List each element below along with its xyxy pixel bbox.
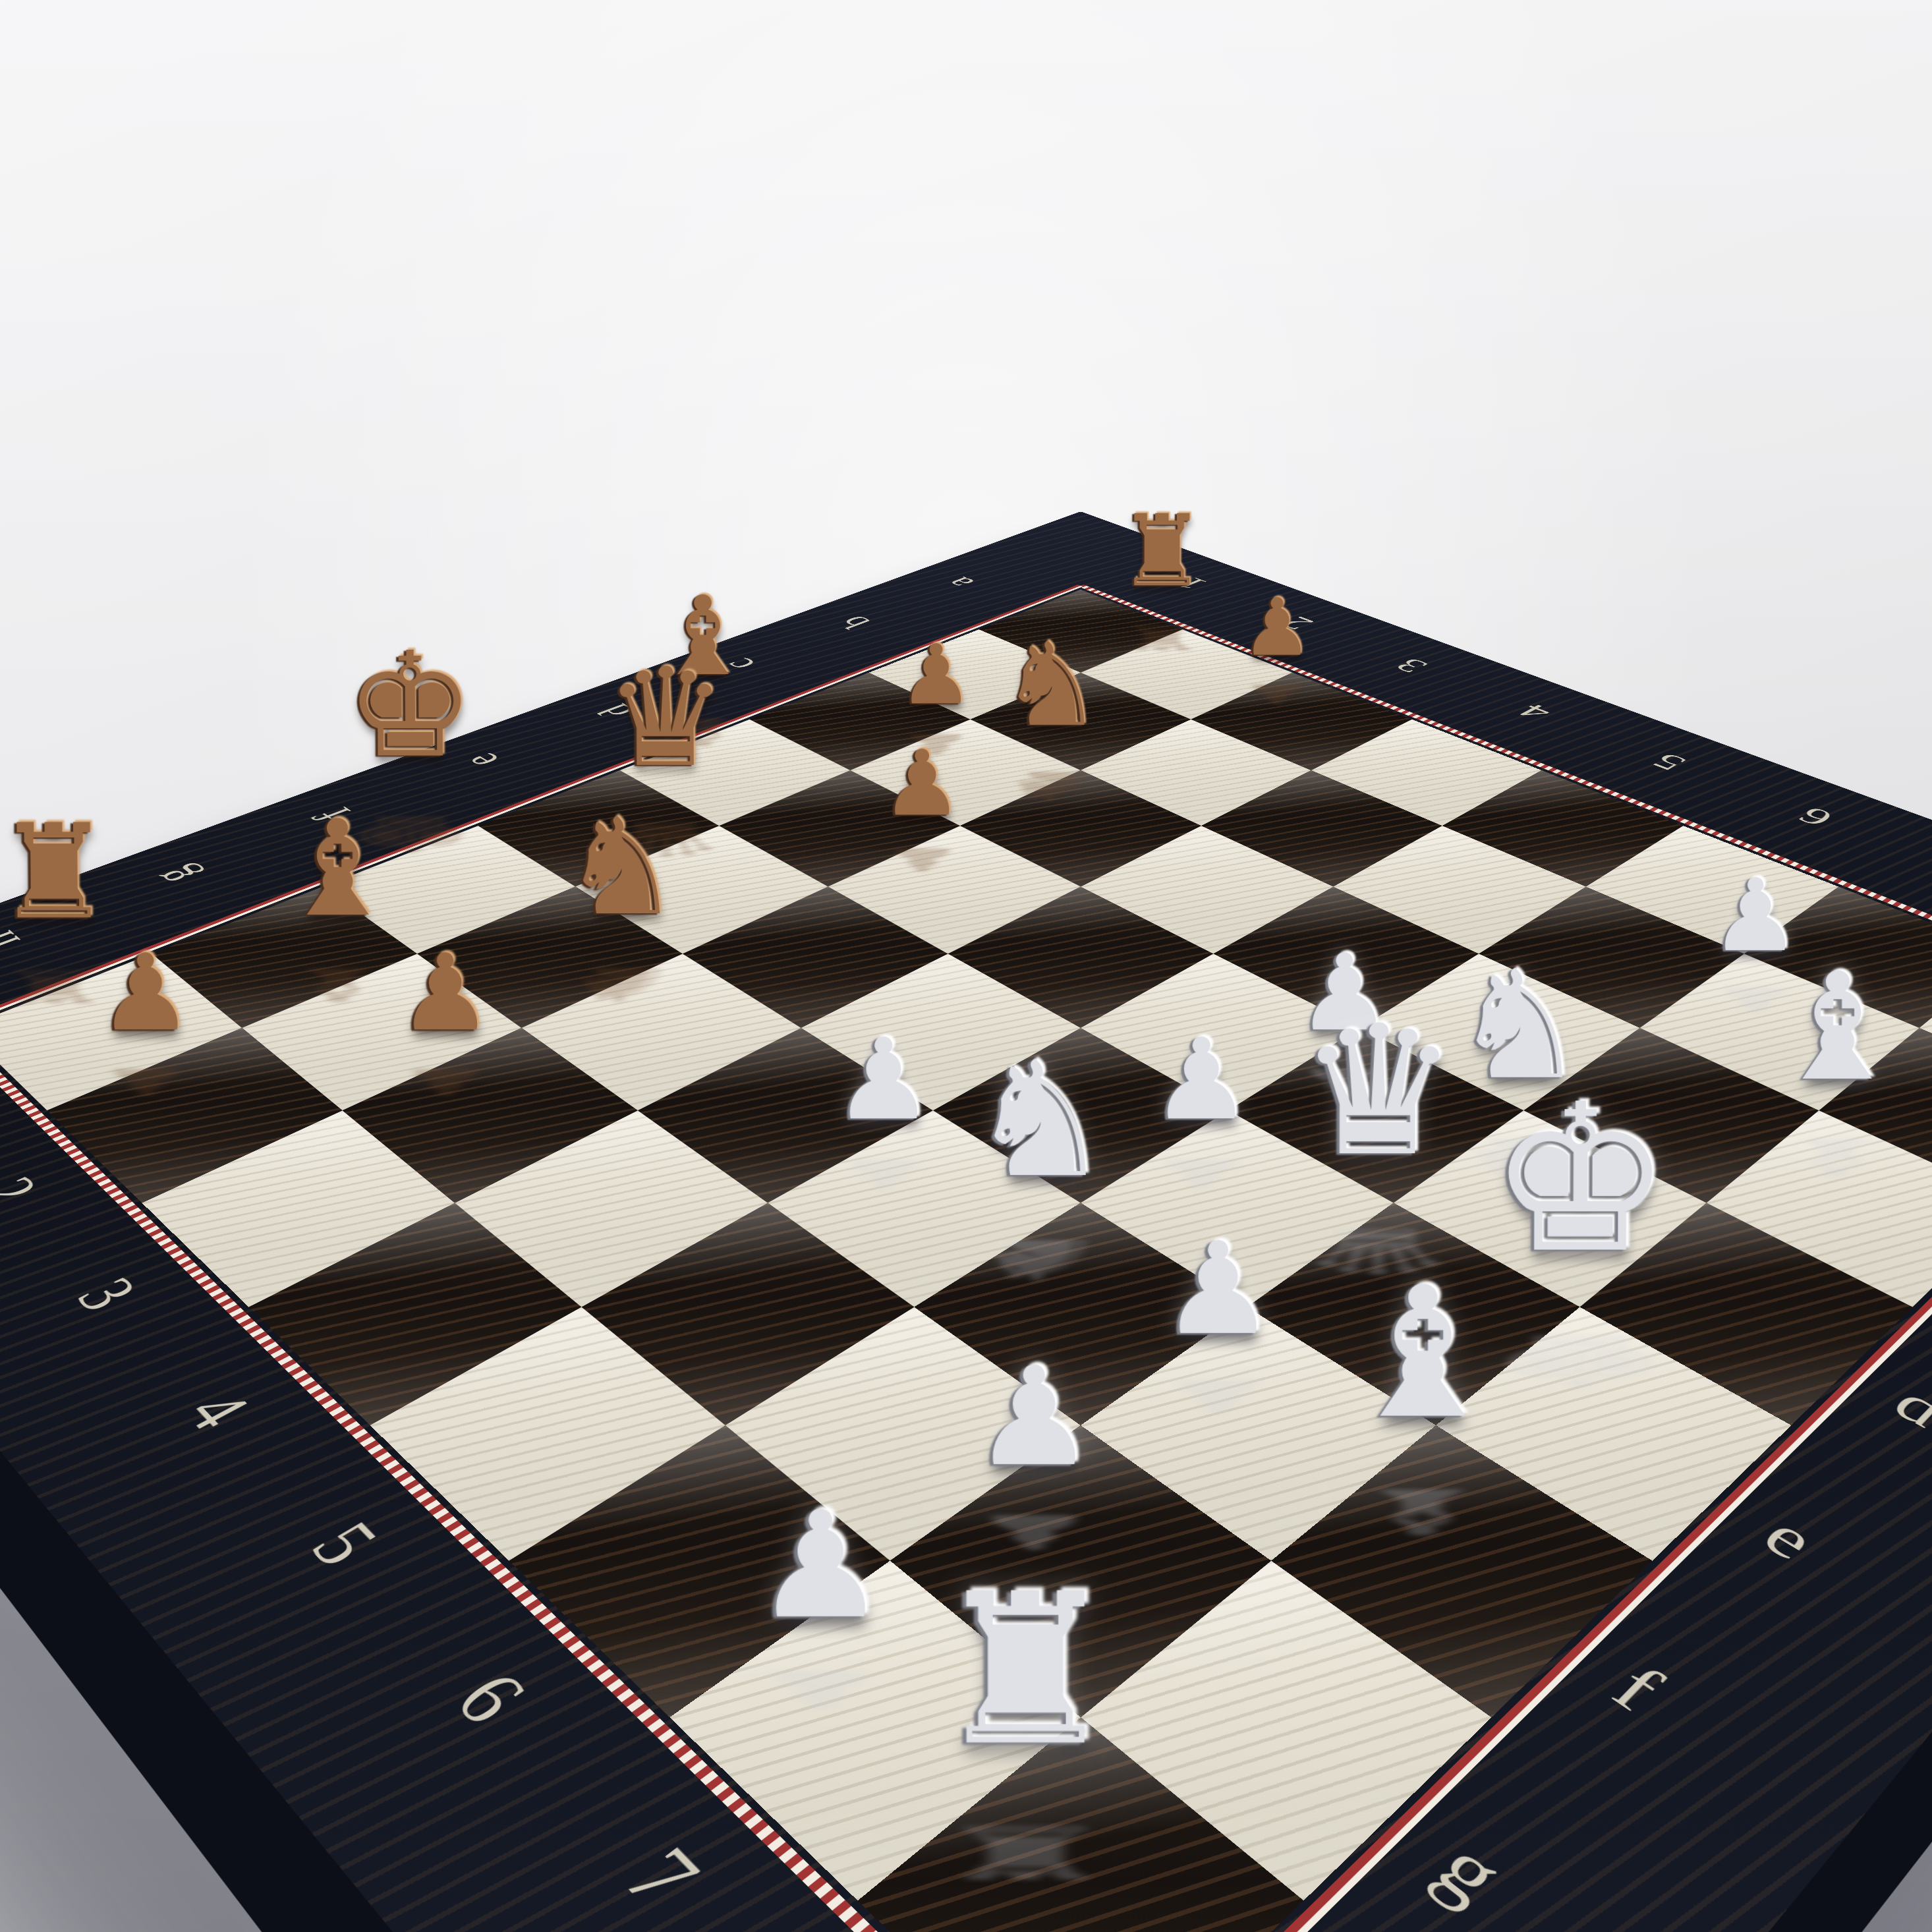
piece-reflection: ♜ <box>1118 620 1206 653</box>
piece-reflection: ♞ <box>969 1232 1112 1285</box>
chess-board: ♜♜♟♟♟♟♟♟♞♞♝♝♝♝♟♟♟♟♞♞♛♛♟♟♛♛♚♚♚♚♞♞♟♟♞♞♟♟♝♝… <box>0 590 1932 1932</box>
silver-king-e8[interactable]: ♚♚ <box>1487 1083 1672 1456</box>
file-label-g-near-edge: g <box>1423 1827 1519 1916</box>
rank-label-4-far-edge: 4 <box>1511 701 1558 724</box>
product-photo-chess: { "game": "chess", "scene": { "descripti… <box>0 0 1932 1932</box>
piece-reflection: ♟ <box>973 1508 1096 1554</box>
bronze-knight-c3[interactable]: ♞♞ <box>1000 631 1103 840</box>
board-frame: 11aa22bb33cc44dd55ee66ff77gg88hh ♜♜♟♟♟♟♟… <box>0 511 1932 1932</box>
pawn-glyph: ♟ <box>899 636 973 714</box>
file-label-f-near-edge: f <box>1600 1655 1674 1722</box>
square-d4[interactable] <box>948 887 1214 1028</box>
pawn-glyph: ♟ <box>98 943 193 1044</box>
knight-glyph: ♞ <box>969 1046 1112 1197</box>
piece-reflection: ♜ <box>0 963 113 1007</box>
piece-reflection: ♟ <box>1151 1155 1252 1193</box>
file-label-a-far-edge: a <box>937 575 981 591</box>
silver-bishop-c8[interactable]: ♝♝ <box>1770 959 1904 1227</box>
silver-pawn-f7[interactable]: ♟♟ <box>1160 1229 1275 1456</box>
file-label-e-near-edge: e <box>1752 1506 1827 1569</box>
piece-reflection: ♟ <box>1241 681 1312 707</box>
king-glyph: ♚ <box>345 637 475 775</box>
piece-reflection: ♟ <box>1160 1375 1275 1417</box>
pawn-glyph: ♟ <box>1161 1229 1276 1350</box>
bronze-pawn-g3[interactable]: ♟♟ <box>397 943 494 1131</box>
rank-label-3-far-edge: 3 <box>1388 656 1434 676</box>
silver-rook-h8[interactable]: ♜♜ <box>932 1573 1120 1932</box>
piece-reflection: ♚ <box>1488 1325 1672 1393</box>
bronze-pawn-d3[interactable]: ♟♟ <box>882 741 963 902</box>
bishop-glyph: ♝ <box>1341 1269 1504 1441</box>
rank-label-2-near-edge: 2 <box>0 1170 50 1214</box>
bronze-bishop-g2[interactable]: ♝♝ <box>278 807 398 1046</box>
file-label-g-far-edge: g <box>141 862 206 891</box>
bronze-pawn-h2[interactable]: ♟♟ <box>98 943 194 1131</box>
piece-reflection: ♝ <box>279 962 397 1006</box>
pawn-glyph: ♟ <box>1151 1027 1252 1134</box>
knight-glyph: ♞ <box>1000 631 1103 741</box>
silver-pawn-e6[interactable]: ♟♟ <box>1151 1027 1252 1227</box>
bronze-knight-f3[interactable]: ♞♞ <box>561 805 681 1047</box>
square-h3[interactable] <box>142 1110 455 1307</box>
bishop-glyph: ♝ <box>278 807 397 933</box>
piece-reflection: ♜ <box>932 1816 1120 1885</box>
square-gloss <box>47 1028 342 1203</box>
silver-pawn-h7[interactable]: ♟♟ <box>754 1496 888 1759</box>
silver-bishop-f8[interactable]: ♝♝ <box>1341 1269 1504 1596</box>
piece-reflection: ♟ <box>398 1064 493 1099</box>
square-gloss <box>948 887 1214 1028</box>
piece-reflection: ♝ <box>1341 1481 1504 1541</box>
rank-label-6-near-edge: 6 <box>441 1660 542 1736</box>
square-h2[interactable]: ♟♟ <box>47 1028 342 1203</box>
piece-reflection: ♟ <box>834 1155 934 1193</box>
file-label-d-near-edge: d <box>1884 1378 1932 1435</box>
pawn-glyph: ♟ <box>754 1496 887 1637</box>
rook-glyph: ♜ <box>0 811 113 935</box>
piece-reflection: ♞ <box>1000 766 1102 805</box>
knight-glyph: ♞ <box>561 805 681 932</box>
king-glyph: ♚ <box>1488 1083 1672 1278</box>
bronze-pawn-a3[interactable]: ♟♟ <box>1241 590 1313 731</box>
pawn-glyph: ♟ <box>882 741 963 827</box>
piece-reflection: ♟ <box>99 1064 194 1099</box>
bishop-glyph: ♝ <box>1771 959 1904 1100</box>
rook-glyph: ♜ <box>932 1573 1120 1771</box>
piece-reflection: ♟ <box>882 844 963 874</box>
file-label-b-far-edge: b <box>830 613 878 632</box>
piece-reflection: ♝ <box>1770 1132 1903 1181</box>
rank-label-5-far-edge: 5 <box>1645 750 1693 774</box>
bronze-rook-a2[interactable]: ♜♜ <box>1118 505 1206 683</box>
rank-label-4-near-edge: 4 <box>173 1382 264 1440</box>
queen-glyph: ♛ <box>605 655 727 784</box>
rank-label-3-near-edge: 3 <box>65 1269 150 1319</box>
rank-label-7-near-edge: 7 <box>609 1833 716 1923</box>
piece-reflection: ♞ <box>561 961 681 1006</box>
rank-label-6-far-edge: 6 <box>1790 804 1840 830</box>
piece-reflection: ♟ <box>754 1664 888 1713</box>
queen-glyph: ♛ <box>1298 1008 1460 1179</box>
pawn-glyph: ♟ <box>833 1027 934 1134</box>
pawn-glyph: ♟ <box>973 1353 1096 1483</box>
rank-label-5-near-edge: 5 <box>297 1511 392 1577</box>
pawn-glyph: ♟ <box>397 943 493 1044</box>
square-gloss <box>142 1110 455 1307</box>
bronze-rook-h1[interactable]: ♜♜ <box>0 811 114 1047</box>
silver-knight-f6[interactable]: ♞♞ <box>969 1046 1112 1334</box>
silver-pawn-f5[interactable]: ♟♟ <box>833 1027 934 1227</box>
